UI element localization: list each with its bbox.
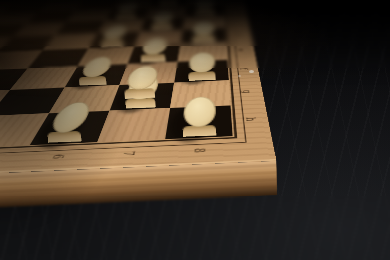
dust-speck <box>238 75 241 77</box>
row-label-g: g <box>240 90 252 94</box>
row-label-h: h <box>243 117 256 121</box>
checkers-board: 678abcdefgh <box>0 0 276 190</box>
camera-tilt-wrapper: 678abcdefgh <box>0 0 381 253</box>
row-label-b: b <box>231 8 239 10</box>
square-h7[interactable] <box>97 108 170 142</box>
piece-side <box>192 35 215 44</box>
piece-side <box>100 39 124 48</box>
row-label-e: e <box>236 49 246 51</box>
row-label-d: d <box>234 33 243 35</box>
piece-side <box>151 22 173 30</box>
col-label-7: 7 <box>120 151 135 156</box>
piece-side <box>115 12 135 19</box>
piece-side <box>194 8 214 15</box>
col-label-8: 8 <box>191 148 205 153</box>
row-label-c: c <box>232 20 240 22</box>
dust-speck <box>249 70 254 73</box>
row-label-f: f <box>238 68 248 70</box>
piece-side <box>140 53 166 62</box>
photo-stage: 678abcdefgh <box>0 0 390 260</box>
perspective-wrapper: 678abcdefgh <box>0 0 381 253</box>
piece-side <box>159 0 178 6</box>
board-front-face <box>0 161 277 224</box>
col-label-6: 6 <box>49 154 65 159</box>
square-f5[interactable] <box>10 66 78 90</box>
